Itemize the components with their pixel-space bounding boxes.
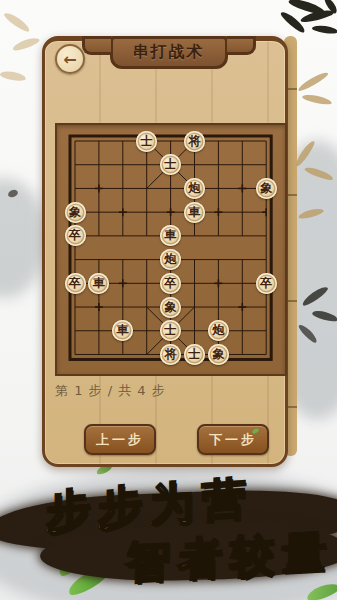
xiangqi-piece-士[interactable]: 士	[136, 131, 157, 152]
app-screen: 串打战术 ← 士将士炮象象車卒車炮卒車卒卒象車士炮将士象 第 1 步 / 共 4…	[0, 0, 337, 600]
xiangqi-piece-象[interactable]: 象	[208, 344, 229, 365]
xiangqi-piece-炮[interactable]: 炮	[184, 178, 205, 199]
back-button[interactable]: ←	[55, 44, 85, 74]
xiangqi-piece-卒[interactable]: 卒	[160, 273, 181, 294]
xiangqi-piece-卒[interactable]: 卒	[256, 273, 277, 294]
prev-step-button[interactable]: 上一步	[84, 424, 156, 455]
title-banner: 串打战术	[110, 36, 228, 69]
xiangqi-piece-将[interactable]: 将	[160, 344, 181, 365]
step-counter: 第 1 步 / 共 4 步	[55, 382, 166, 400]
xiangqi-piece-象[interactable]: 象	[65, 202, 86, 223]
xiangqi-board[interactable]: 士将士炮象象車卒車炮卒車卒卒象車士炮将士象	[55, 123, 287, 376]
xiangqi-piece-卒[interactable]: 卒	[65, 273, 86, 294]
xiangqi-piece-象[interactable]: 象	[160, 297, 181, 318]
ink-leaf	[312, 24, 337, 35]
xiangqi-piece-将[interactable]: 将	[184, 131, 205, 152]
pale-leaf	[2, 10, 31, 34]
xiangqi-piece-象[interactable]: 象	[256, 178, 277, 199]
tan-leaf	[297, 70, 330, 93]
xiangqi-piece-卒[interactable]: 卒	[65, 225, 86, 246]
pale-leaf	[0, 70, 26, 82]
pale-leaf	[11, 35, 40, 52]
xiangqi-piece-炮[interactable]: 炮	[208, 320, 229, 341]
tan-leaf	[302, 93, 333, 106]
ink-wash-left	[0, 178, 47, 298]
page-title: 串打战术	[133, 42, 205, 63]
prev-step-label: 上一步	[96, 431, 144, 449]
back-arrow-icon: ←	[63, 50, 76, 69]
xiangqi-piece-車[interactable]: 車	[184, 202, 205, 223]
next-step-button[interactable]: 下一步	[197, 424, 269, 455]
xiangqi-piece-士[interactable]: 士	[184, 344, 205, 365]
next-step-label: 下一步	[209, 431, 257, 449]
calligraphy-line2: 智者较量	[126, 522, 335, 592]
